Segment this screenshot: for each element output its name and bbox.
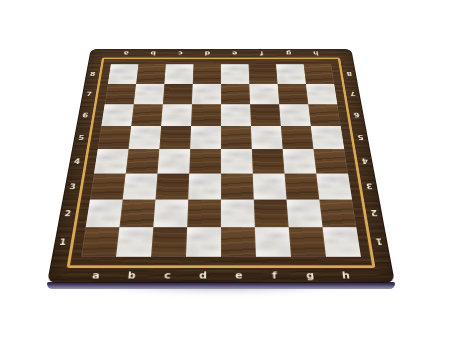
square-h3[interactable] (316, 174, 352, 200)
rank-label-right-4: 4 (355, 149, 374, 173)
square-c4[interactable] (157, 149, 190, 173)
file-label-bottom-c: c (149, 268, 186, 283)
square-a7[interactable] (105, 84, 136, 105)
square-a8[interactable] (108, 64, 139, 83)
square-c1[interactable] (151, 227, 187, 257)
square-g7[interactable] (278, 84, 309, 105)
file-label-bottom-b: b (113, 268, 150, 283)
file-label-top-e: e (221, 49, 248, 58)
square-c2[interactable] (153, 200, 188, 228)
file-label-bottom-h: h (327, 268, 365, 283)
square-e8[interactable] (221, 64, 249, 83)
square-e2[interactable] (221, 200, 255, 228)
square-c6[interactable] (161, 104, 192, 126)
square-c7[interactable] (163, 84, 193, 105)
file-label-bottom-e: e (221, 268, 257, 283)
square-b7[interactable] (134, 84, 165, 105)
square-h5[interactable] (311, 126, 344, 149)
file-label-top-h: h (302, 49, 330, 58)
square-f8[interactable] (249, 64, 278, 83)
square-h7[interactable] (306, 84, 337, 105)
square-b1[interactable] (116, 227, 153, 257)
square-c5[interactable] (159, 126, 191, 149)
square-g1[interactable] (289, 227, 326, 257)
square-e4[interactable] (221, 149, 253, 173)
rank-label-right-6: 6 (348, 104, 366, 126)
file-label-top-c: c (166, 49, 194, 58)
board-field (81, 64, 361, 256)
square-d3[interactable] (188, 174, 221, 200)
square-h2[interactable] (319, 200, 356, 228)
square-c8[interactable] (164, 64, 193, 83)
square-f2[interactable] (254, 200, 289, 228)
square-e6[interactable] (221, 104, 251, 126)
square-d7[interactable] (192, 84, 221, 105)
square-d1[interactable] (186, 227, 221, 257)
square-g6[interactable] (279, 104, 311, 126)
file-label-bottom-g: g (292, 268, 329, 283)
file-label-top-f: f (248, 49, 276, 58)
square-b2[interactable] (119, 200, 155, 228)
square-d6[interactable] (191, 104, 221, 126)
square-f6[interactable] (250, 104, 281, 126)
square-h6[interactable] (308, 104, 340, 126)
chessboard: abcdefgh abcdefgh 87654321 87654321 (47, 49, 395, 283)
rank-label-right-7: 7 (344, 84, 361, 105)
product-photo-chessboard: abcdefgh abcdefgh 87654321 87654321 (0, 0, 452, 348)
square-d8[interactable] (193, 64, 221, 83)
square-f7[interactable] (249, 84, 279, 105)
file-label-top-g: g (275, 49, 303, 58)
square-b8[interactable] (136, 64, 166, 83)
square-g8[interactable] (276, 64, 306, 83)
square-e3[interactable] (221, 174, 254, 200)
rank-label-right-3: 3 (360, 174, 380, 200)
square-h1[interactable] (323, 227, 361, 257)
square-g5[interactable] (281, 126, 314, 149)
square-d2[interactable] (187, 200, 221, 228)
file-label-top-b: b (139, 49, 167, 58)
file-label-top-a: a (112, 49, 140, 58)
file-labels-top: abcdefgh (112, 49, 330, 58)
square-c3[interactable] (155, 174, 189, 200)
square-a4[interactable] (94, 149, 129, 173)
square-f4[interactable] (252, 149, 285, 173)
square-b4[interactable] (126, 149, 160, 173)
square-h8[interactable] (304, 64, 335, 83)
file-label-bottom-d: d (185, 268, 221, 283)
square-b3[interactable] (123, 174, 158, 200)
square-b5[interactable] (129, 126, 162, 149)
square-g3[interactable] (285, 174, 320, 200)
square-a2[interactable] (86, 200, 123, 228)
square-d5[interactable] (190, 126, 221, 149)
square-a6[interactable] (101, 104, 133, 126)
rank-label-right-2: 2 (364, 200, 385, 228)
square-e5[interactable] (221, 126, 252, 149)
square-b6[interactable] (131, 104, 163, 126)
square-f3[interactable] (253, 174, 287, 200)
file-labels-bottom: abcdefgh (77, 268, 365, 283)
rank-label-right-5: 5 (352, 126, 370, 149)
square-f1[interactable] (255, 227, 291, 257)
square-a3[interactable] (90, 174, 126, 200)
square-g4[interactable] (283, 149, 317, 173)
file-label-bottom-f: f (256, 268, 293, 283)
rank-label-right-8: 8 (341, 64, 358, 83)
file-label-top-d: d (194, 49, 221, 58)
square-g2[interactable] (287, 200, 323, 228)
square-a5[interactable] (98, 126, 131, 149)
square-a1[interactable] (81, 227, 119, 257)
file-label-bottom-a: a (77, 268, 115, 283)
square-h4[interactable] (313, 149, 348, 173)
square-e7[interactable] (221, 84, 250, 105)
board-side-edge (47, 282, 395, 289)
square-d4[interactable] (189, 149, 221, 173)
square-f5[interactable] (251, 126, 283, 149)
square-e1[interactable] (221, 227, 256, 257)
